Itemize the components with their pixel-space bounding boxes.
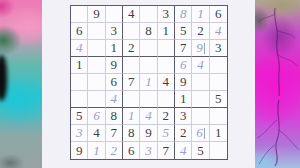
entered-digit: 8: [180, 6, 187, 22]
cell-r4c6[interactable]: [158, 57, 175, 74]
given-digit: 5: [76, 108, 83, 124]
given-digit: 2: [180, 125, 187, 141]
given-digit: 7: [163, 143, 170, 159]
given-digit: 6: [111, 74, 118, 90]
cell-r3c1[interactable]: 4: [71, 40, 88, 57]
given-digit: 8: [145, 23, 152, 39]
cell-r2c3[interactable]: 3: [106, 23, 123, 40]
cell-r7c5[interactable]: 4: [140, 108, 157, 125]
given-digit: 2: [163, 108, 170, 124]
cell-r8c4[interactable]: 8: [123, 125, 140, 142]
cell-r3c7[interactable]: 7: [175, 40, 192, 57]
cell-r9c3[interactable]: 2: [106, 142, 123, 159]
cell-r2c6[interactable]: 1: [158, 23, 175, 40]
cell-r4c4[interactable]: [123, 57, 140, 74]
given-digit: 9: [180, 74, 187, 90]
entered-digit: 5: [163, 125, 170, 141]
entered-digit: 1: [197, 6, 204, 22]
given-digit: 9: [76, 143, 83, 159]
entered-digit: 2: [111, 143, 118, 159]
cell-r1c5[interactable]: [140, 6, 157, 23]
given-digit: 2: [128, 40, 135, 56]
entered-digit: 6: [93, 108, 100, 124]
cell-r7c8[interactable]: [192, 108, 209, 125]
entered-digit: 1: [128, 108, 135, 124]
cell-r5c7[interactable]: 9: [175, 74, 192, 91]
left-artwork: [0, 0, 42, 168]
cell-r7c1[interactable]: 5: [71, 108, 88, 125]
entered-digit: 3: [76, 125, 83, 141]
cell-r8c8[interactable]: 6: [192, 125, 209, 142]
entered-digit: 1: [145, 74, 152, 90]
cell-r4c3[interactable]: 9: [106, 57, 123, 74]
cell-r9c8[interactable]: 5: [192, 142, 209, 159]
cell-r1c6[interactable]: 3: [158, 6, 175, 23]
cell-r6c1[interactable]: [71, 91, 88, 108]
cell-r4c7[interactable]: 6: [175, 57, 192, 74]
text-caret: [204, 43, 205, 54]
cell-r1c7[interactable]: 8: [175, 6, 192, 23]
cell-r3c3[interactable]: 1: [106, 40, 123, 57]
cell-r4c2[interactable]: [88, 57, 105, 74]
given-digit: 1: [180, 91, 187, 107]
cell-r7c2[interactable]: 6: [88, 108, 105, 125]
black-paint-blotch: [0, 55, 7, 101]
right-artwork: [255, 0, 300, 168]
cell-r9c4[interactable]: 6: [123, 142, 140, 159]
given-digit: 5: [215, 91, 222, 107]
cell-r6c7[interactable]: 1: [175, 91, 192, 108]
given-digit: 7: [111, 125, 118, 141]
cell-r2c7[interactable]: 5: [175, 23, 192, 40]
cell-r3c4[interactable]: 2: [123, 40, 140, 57]
given-digit: 5: [180, 23, 187, 39]
given-digit: 1: [111, 40, 118, 56]
entered-digit: 1: [93, 143, 100, 159]
cell-r9c7[interactable]: 4: [175, 142, 192, 159]
given-digit: 1: [163, 23, 170, 39]
cell-r4c5[interactable]: [140, 57, 157, 74]
cell-r2c5[interactable]: 8: [140, 23, 157, 40]
cell-r5c1[interactable]: [71, 74, 88, 91]
cell-r5c5[interactable]: 1: [140, 74, 157, 91]
given-digit: 8: [111, 108, 118, 124]
cell-r1c4[interactable]: 4: [123, 6, 140, 23]
entered-digit: 4: [145, 108, 152, 124]
cell-r9c5[interactable]: 3: [140, 142, 157, 159]
cell-r7c3[interactable]: 8: [106, 108, 123, 125]
cell-r1c3[interactable]: [106, 6, 123, 23]
entered-digit: 9: [196, 40, 203, 56]
given-digit: 4: [163, 74, 170, 90]
given-digit: 8: [128, 125, 135, 141]
cell-r4c9[interactable]: [210, 57, 227, 74]
cell-r8c3[interactable]: 7: [106, 125, 123, 142]
sudoku-board: 9438166381524412793196467149415568142334…: [70, 5, 228, 160]
cell-r2c1[interactable]: 6: [71, 23, 88, 40]
given-digit: 3: [111, 23, 118, 39]
cell-r8c5[interactable]: 9: [140, 125, 157, 142]
cell-r2c2[interactable]: [88, 23, 105, 40]
cell-r6c4[interactable]: [123, 91, 140, 108]
cell-r6c2[interactable]: [88, 91, 105, 108]
cell-r6c9[interactable]: 5: [210, 91, 227, 108]
cell-r8c9[interactable]: 1: [210, 125, 227, 142]
entered-digit: 6: [196, 125, 203, 141]
purple-veins-decoration: [255, 0, 300, 168]
cell-r7c4[interactable]: 1: [123, 108, 140, 125]
cell-r3c5[interactable]: [140, 40, 157, 57]
given-digit: 6: [215, 6, 222, 22]
given-digit: 5: [197, 143, 204, 159]
given-digit: 1: [76, 57, 83, 73]
given-digit: 6: [128, 143, 135, 159]
cell-r1c8[interactable]: 1: [192, 6, 209, 23]
text-caret: [204, 128, 205, 139]
cell-r4c8[interactable]: 4: [192, 57, 209, 74]
given-digit: 9: [145, 125, 152, 141]
entered-digit: 3: [145, 143, 152, 159]
given-digit: 7: [128, 74, 135, 90]
screenshot: { "page": { "background": "#f2f1f7" }, "…: [0, 0, 300, 168]
cell-r2c4[interactable]: [123, 23, 140, 40]
cell-r1c9[interactable]: 6: [210, 6, 227, 23]
cell-r5c4[interactable]: 7: [123, 74, 140, 91]
cell-r6c3[interactable]: 4: [106, 91, 123, 108]
given-digit: 1: [215, 125, 222, 141]
cell-r6c6[interactable]: [158, 91, 175, 108]
cell-r1c2[interactable]: 9: [88, 6, 105, 23]
cell-r6c8[interactable]: [192, 91, 209, 108]
cell-r3c2[interactable]: [88, 40, 105, 57]
cell-r8c2[interactable]: 4: [88, 125, 105, 142]
given-digit: 7: [180, 40, 187, 56]
given-digit: 3: [215, 40, 222, 56]
cell-r9c6[interactable]: 7: [158, 142, 175, 159]
cell-r8c1[interactable]: 3: [71, 125, 88, 142]
entered-digit: 4: [111, 91, 118, 107]
cell-r3c8[interactable]: 9: [192, 40, 209, 57]
given-digit: 6: [76, 23, 83, 39]
given-digit: 2: [197, 23, 204, 39]
cell-r3c9[interactable]: 3: [210, 40, 227, 57]
cell-r4c1[interactable]: 1: [71, 57, 88, 74]
cell-r5c6[interactable]: 4: [158, 74, 175, 91]
cell-r2c8[interactable]: 2: [192, 23, 209, 40]
entered-digit: 6: [180, 57, 187, 73]
entered-digit: 4: [215, 23, 222, 39]
given-digit: 4: [93, 125, 100, 141]
cell-r5c9[interactable]: [210, 74, 227, 91]
cell-r7c6[interactable]: 2: [158, 108, 175, 125]
cell-r5c8[interactable]: [192, 74, 209, 91]
cell-r5c3[interactable]: 6: [106, 74, 123, 91]
entered-digit: 4: [197, 57, 204, 73]
given-digit: 9: [111, 57, 118, 73]
cell-r1c1[interactable]: [71, 6, 88, 23]
cell-r8c6[interactable]: 5: [158, 125, 175, 142]
cell-r7c7[interactable]: 3: [175, 108, 192, 125]
cell-r2c9[interactable]: 4: [210, 23, 227, 40]
cell-r9c2[interactable]: 1: [88, 142, 105, 159]
cell-r6c5[interactable]: [140, 91, 157, 108]
entered-digit: 4: [180, 143, 187, 159]
given-digit: 3: [180, 108, 187, 124]
cell-r7c9[interactable]: [210, 108, 227, 125]
entered-digit: 4: [76, 40, 83, 56]
cell-r9c9[interactable]: [210, 142, 227, 159]
cell-r9c1[interactable]: 9: [71, 142, 88, 159]
cell-r5c2[interactable]: [88, 74, 105, 91]
cell-r8c7[interactable]: 2: [175, 125, 192, 142]
given-digit: 9: [93, 6, 100, 22]
given-digit: 4: [128, 6, 135, 22]
given-digit: 3: [163, 6, 170, 22]
cell-r3c6[interactable]: [158, 40, 175, 57]
